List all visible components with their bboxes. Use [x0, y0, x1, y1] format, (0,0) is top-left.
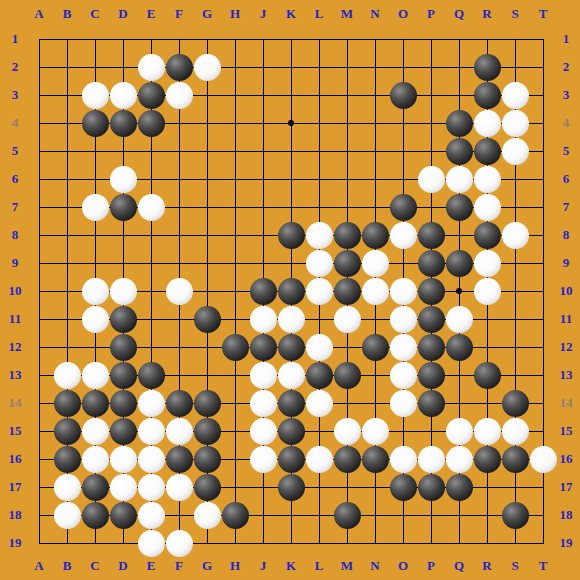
black-stone-G14	[194, 390, 221, 417]
black-stone-M16	[334, 446, 361, 473]
black-stone-G15	[194, 418, 221, 445]
col-label-bottom: G	[193, 558, 221, 574]
col-label-bottom: R	[473, 558, 501, 574]
row-label-left: 12	[1, 339, 29, 355]
go-board: AABBCCDDEEFFGGHHJJKKLLMMNNOOPPQQRRSSTT11…	[0, 0, 580, 580]
white-stone-E16	[138, 446, 165, 473]
black-stone-S16	[502, 446, 529, 473]
row-label-left: 11	[1, 311, 29, 327]
row-label-left: 17	[1, 479, 29, 495]
row-label-right: 11	[552, 311, 580, 327]
white-stone-C7	[82, 194, 109, 221]
row-label-left: 2	[1, 59, 29, 75]
col-label-bottom: B	[53, 558, 81, 574]
white-stone-S3	[502, 82, 529, 109]
black-stone-F2	[166, 54, 193, 81]
black-stone-N16	[362, 446, 389, 473]
black-stone-K12	[278, 334, 305, 361]
black-stone-P12	[418, 334, 445, 361]
white-stone-F19	[166, 530, 193, 557]
white-stone-N10	[362, 278, 389, 305]
col-label-top: G	[193, 6, 221, 22]
black-stone-K17	[278, 474, 305, 501]
white-stone-R7	[474, 194, 501, 221]
black-stone-S18	[502, 502, 529, 529]
black-stone-J12	[250, 334, 277, 361]
white-stone-S5	[502, 138, 529, 165]
white-stone-T16	[530, 446, 557, 473]
white-stone-F15	[166, 418, 193, 445]
black-stone-K14	[278, 390, 305, 417]
col-label-bottom: K	[277, 558, 305, 574]
black-stone-M10	[334, 278, 361, 305]
row-label-right: 9	[552, 255, 580, 271]
black-stone-Q9	[446, 250, 473, 277]
white-stone-M11	[334, 306, 361, 333]
col-label-bottom: P	[417, 558, 445, 574]
white-stone-E19	[138, 530, 165, 557]
black-stone-F14	[166, 390, 193, 417]
white-stone-G2	[194, 54, 221, 81]
black-stone-Q17	[446, 474, 473, 501]
black-stone-P10	[418, 278, 445, 305]
white-stone-C11	[82, 306, 109, 333]
black-stone-P13	[418, 362, 445, 389]
black-stone-F16	[166, 446, 193, 473]
white-stone-F17	[166, 474, 193, 501]
black-stone-D14	[110, 390, 137, 417]
row-label-left: 7	[1, 199, 29, 215]
row-label-right: 18	[552, 507, 580, 523]
row-label-right: 19	[552, 535, 580, 551]
row-label-right: 8	[552, 227, 580, 243]
white-stone-O12	[390, 334, 417, 361]
white-stone-D16	[110, 446, 137, 473]
row-label-left: 19	[1, 535, 29, 551]
black-stone-R16	[474, 446, 501, 473]
row-label-right: 4	[552, 115, 580, 131]
white-stone-J16	[250, 446, 277, 473]
row-label-right: 15	[552, 423, 580, 439]
black-stone-Q5	[446, 138, 473, 165]
black-stone-M9	[334, 250, 361, 277]
black-stone-R8	[474, 222, 501, 249]
col-label-bottom: M	[333, 558, 361, 574]
col-label-top: P	[417, 6, 445, 22]
white-stone-B17	[54, 474, 81, 501]
col-label-top: Q	[445, 6, 473, 22]
black-stone-D15	[110, 418, 137, 445]
black-stone-E4	[138, 110, 165, 137]
white-stone-R6	[474, 166, 501, 193]
black-stone-O17	[390, 474, 417, 501]
black-stone-H18	[222, 502, 249, 529]
col-label-bottom: N	[361, 558, 389, 574]
white-stone-L12	[306, 334, 333, 361]
row-label-left: 6	[1, 171, 29, 187]
white-stone-D6	[110, 166, 137, 193]
white-stone-K11	[278, 306, 305, 333]
star-point-Q10	[456, 288, 462, 294]
row-label-right: 12	[552, 339, 580, 355]
black-stone-C4	[82, 110, 109, 137]
white-stone-L8	[306, 222, 333, 249]
black-stone-M13	[334, 362, 361, 389]
col-label-bottom: E	[137, 558, 165, 574]
row-label-right: 3	[552, 87, 580, 103]
black-stone-D7	[110, 194, 137, 221]
row-label-left: 3	[1, 87, 29, 103]
row-label-left: 13	[1, 367, 29, 383]
black-stone-D4	[110, 110, 137, 137]
row-label-left: 10	[1, 283, 29, 299]
white-stone-O8	[390, 222, 417, 249]
col-label-bottom: Q	[445, 558, 473, 574]
black-stone-G17	[194, 474, 221, 501]
white-stone-J13	[250, 362, 277, 389]
row-label-right: 17	[552, 479, 580, 495]
black-stone-R13	[474, 362, 501, 389]
black-stone-R3	[474, 82, 501, 109]
black-stone-Q4	[446, 110, 473, 137]
white-stone-O11	[390, 306, 417, 333]
col-label-top: R	[473, 6, 501, 22]
black-stone-Q7	[446, 194, 473, 221]
col-label-bottom: F	[165, 558, 193, 574]
col-label-top: O	[389, 6, 417, 22]
black-stone-L13	[306, 362, 333, 389]
white-stone-E18	[138, 502, 165, 529]
white-stone-O10	[390, 278, 417, 305]
black-stone-P14	[418, 390, 445, 417]
row-label-left: 1	[1, 31, 29, 47]
black-stone-R5	[474, 138, 501, 165]
black-stone-O7	[390, 194, 417, 221]
col-label-top: A	[25, 6, 53, 22]
white-stone-N15	[362, 418, 389, 445]
black-stone-P8	[418, 222, 445, 249]
white-stone-K13	[278, 362, 305, 389]
black-stone-C18	[82, 502, 109, 529]
white-stone-R10	[474, 278, 501, 305]
black-stone-C14	[82, 390, 109, 417]
white-stone-D3	[110, 82, 137, 109]
black-stone-N12	[362, 334, 389, 361]
black-stone-Q12	[446, 334, 473, 361]
black-stone-D13	[110, 362, 137, 389]
col-label-bottom: C	[81, 558, 109, 574]
black-stone-P11	[418, 306, 445, 333]
black-stone-B16	[54, 446, 81, 473]
col-label-bottom: J	[249, 558, 277, 574]
white-stone-C3	[82, 82, 109, 109]
col-label-top: B	[53, 6, 81, 22]
star-point-K4	[288, 120, 294, 126]
white-stone-S15	[502, 418, 529, 445]
white-stone-L9	[306, 250, 333, 277]
col-label-top: N	[361, 6, 389, 22]
white-stone-J14	[250, 390, 277, 417]
white-stone-F3	[166, 82, 193, 109]
col-label-top: S	[501, 6, 529, 22]
black-stone-K10	[278, 278, 305, 305]
white-stone-C10	[82, 278, 109, 305]
black-stone-E3	[138, 82, 165, 109]
row-label-right: 14	[552, 395, 580, 411]
col-label-bottom: A	[25, 558, 53, 574]
row-label-left: 9	[1, 255, 29, 271]
row-label-right: 1	[552, 31, 580, 47]
col-label-top: H	[221, 6, 249, 22]
white-stone-E7	[138, 194, 165, 221]
col-label-top: D	[109, 6, 137, 22]
col-label-bottom: D	[109, 558, 137, 574]
col-label-top: J	[249, 6, 277, 22]
white-stone-R4	[474, 110, 501, 137]
row-label-right: 6	[552, 171, 580, 187]
white-stone-O13	[390, 362, 417, 389]
col-label-bottom: S	[501, 558, 529, 574]
black-stone-O3	[390, 82, 417, 109]
white-stone-D17	[110, 474, 137, 501]
black-stone-N8	[362, 222, 389, 249]
black-stone-S14	[502, 390, 529, 417]
col-label-top: C	[81, 6, 109, 22]
black-stone-E13	[138, 362, 165, 389]
white-stone-O14	[390, 390, 417, 417]
row-label-left: 15	[1, 423, 29, 439]
col-label-top: T	[529, 6, 557, 22]
row-label-left: 18	[1, 507, 29, 523]
black-stone-H12	[222, 334, 249, 361]
row-label-left: 8	[1, 227, 29, 243]
white-stone-L14	[306, 390, 333, 417]
white-stone-P6	[418, 166, 445, 193]
white-stone-N9	[362, 250, 389, 277]
black-stone-B15	[54, 418, 81, 445]
black-stone-K16	[278, 446, 305, 473]
white-stone-Q16	[446, 446, 473, 473]
white-stone-L16	[306, 446, 333, 473]
white-stone-S8	[502, 222, 529, 249]
black-stone-B14	[54, 390, 81, 417]
white-stone-Q15	[446, 418, 473, 445]
white-stone-J11	[250, 306, 277, 333]
white-stone-C13	[82, 362, 109, 389]
black-stone-K8	[278, 222, 305, 249]
white-stone-M15	[334, 418, 361, 445]
col-label-bottom: L	[305, 558, 333, 574]
black-stone-G16	[194, 446, 221, 473]
white-stone-C16	[82, 446, 109, 473]
col-label-top: L	[305, 6, 333, 22]
row-label-left: 16	[1, 451, 29, 467]
black-stone-P17	[418, 474, 445, 501]
black-stone-G11	[194, 306, 221, 333]
black-stone-R2	[474, 54, 501, 81]
white-stone-E14	[138, 390, 165, 417]
white-stone-Q6	[446, 166, 473, 193]
black-stone-D18	[110, 502, 137, 529]
white-stone-P16	[418, 446, 445, 473]
col-label-bottom: O	[389, 558, 417, 574]
white-stone-Q11	[446, 306, 473, 333]
white-stone-O16	[390, 446, 417, 473]
black-stone-M18	[334, 502, 361, 529]
row-label-right: 13	[552, 367, 580, 383]
row-label-right: 5	[552, 143, 580, 159]
white-stone-J15	[250, 418, 277, 445]
white-stone-E2	[138, 54, 165, 81]
row-label-right: 7	[552, 199, 580, 215]
black-stone-K15	[278, 418, 305, 445]
white-stone-F10	[166, 278, 193, 305]
col-label-top: M	[333, 6, 361, 22]
white-stone-B13	[54, 362, 81, 389]
white-stone-R15	[474, 418, 501, 445]
row-label-left: 14	[1, 395, 29, 411]
black-stone-D11	[110, 306, 137, 333]
row-label-left: 4	[1, 115, 29, 131]
col-label-bottom: T	[529, 558, 557, 574]
row-label-right: 10	[552, 283, 580, 299]
row-label-left: 5	[1, 143, 29, 159]
white-stone-E15	[138, 418, 165, 445]
black-stone-C17	[82, 474, 109, 501]
white-stone-E17	[138, 474, 165, 501]
black-stone-M8	[334, 222, 361, 249]
black-stone-D12	[110, 334, 137, 361]
black-stone-P9	[418, 250, 445, 277]
col-label-bottom: H	[221, 558, 249, 574]
black-stone-J10	[250, 278, 277, 305]
white-stone-G18	[194, 502, 221, 529]
white-stone-C15	[82, 418, 109, 445]
white-stone-R9	[474, 250, 501, 277]
col-label-top: K	[277, 6, 305, 22]
row-label-right: 2	[552, 59, 580, 75]
white-stone-S4	[502, 110, 529, 137]
col-label-top: F	[165, 6, 193, 22]
white-stone-B18	[54, 502, 81, 529]
white-stone-L10	[306, 278, 333, 305]
white-stone-D10	[110, 278, 137, 305]
col-label-top: E	[137, 6, 165, 22]
